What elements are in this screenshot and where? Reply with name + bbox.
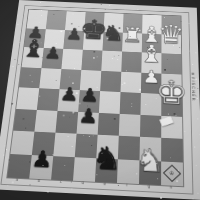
square-b8[interactable]	[46, 10, 67, 29]
square-a6[interactable]: ♝	[22, 47, 44, 68]
board-grid: ♟♟♚♞♜♝♛♝♟♝♟♟♟♚♟♟♞♞♔	[6, 9, 184, 187]
square-b1[interactable]: ♟	[29, 155, 53, 180]
piece-black-pawn-b1[interactable]: ♟	[30, 148, 53, 171]
crown-logo-icon: ♔	[169, 171, 174, 177]
piece-black-pawn-d4[interactable]: ♟	[80, 86, 100, 105]
square-a2[interactable]	[10, 131, 34, 155]
square-h7[interactable]: ♛	[161, 34, 181, 54]
square-b6[interactable]: ♟	[42, 48, 64, 69]
square-a4[interactable]	[16, 87, 39, 109]
square-c3[interactable]	[55, 111, 78, 134]
square-b3[interactable]	[34, 110, 57, 133]
square-g1[interactable]: ♞	[139, 160, 161, 185]
square-a5[interactable]	[19, 67, 42, 88]
square-e4[interactable]	[99, 91, 121, 113]
square-b5[interactable]	[39, 68, 61, 89]
piece-white-king-h4[interactable]: ♚	[155, 75, 188, 109]
chessboard-photo: ♟♟♚♞♜♝♛♝♟♝♟♟♟♚♟♟♞♞♔ abcdefgh ♛FISCHER	[0, 0, 200, 200]
piece-black-pawn-b6[interactable]: ♟	[44, 45, 62, 62]
square-d3[interactable]: ♟	[77, 111, 99, 134]
brand-diamond-logo-icon: ♔	[163, 165, 181, 182]
square-h4[interactable]: ♚	[161, 94, 182, 116]
piece-black-pawn-c4[interactable]: ♟	[59, 85, 79, 104]
square-h6[interactable]	[161, 53, 181, 74]
square-e6[interactable]	[101, 51, 122, 72]
square-h1[interactable]: ♔	[161, 161, 183, 186]
square-c4[interactable]: ♟	[58, 89, 80, 111]
piece-black-pawn-d3[interactable]: ♟	[78, 106, 99, 127]
piece-white-bishop-g6[interactable]: ♝	[139, 41, 164, 66]
square-f3[interactable]	[119, 113, 141, 136]
square-b4[interactable]	[37, 88, 60, 110]
square-e7[interactable]: ♞	[102, 31, 122, 51]
board-sheet: ♟♟♚♞♜♝♛♝♟♝♟♟♟♚♟♟♞♞♔ abcdefgh ♛FISCHER	[0, 0, 200, 200]
brand-text: FISCHER	[191, 77, 196, 102]
square-g3[interactable]	[140, 114, 161, 137]
square-e5[interactable]	[100, 70, 121, 92]
square-c6[interactable]	[61, 49, 82, 70]
square-e1[interactable]: ♞	[95, 158, 118, 183]
square-c1[interactable]	[51, 156, 75, 181]
brand-label: ♛FISCHER	[190, 72, 195, 102]
square-a3[interactable]	[13, 109, 36, 132]
square-f5[interactable]	[120, 71, 141, 93]
square-c2[interactable]	[53, 133, 76, 157]
square-a1[interactable]	[7, 154, 31, 179]
square-d6[interactable]	[81, 50, 102, 71]
square-f4[interactable]	[120, 92, 141, 114]
square-e3[interactable]	[98, 112, 120, 135]
